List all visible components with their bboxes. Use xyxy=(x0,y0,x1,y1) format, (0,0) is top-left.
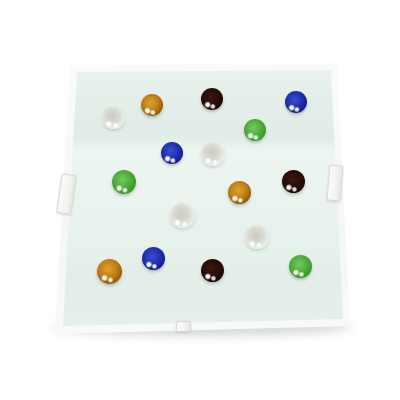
glass-stone-clear[interactable] xyxy=(102,106,125,129)
photo-scene xyxy=(0,0,400,400)
glass-stone-black[interactable] xyxy=(201,88,223,110)
glass-stone-clear[interactable] xyxy=(245,225,269,249)
glass-stone-amber[interactable] xyxy=(228,181,251,204)
glass-stone-green[interactable] xyxy=(112,170,136,194)
glass-stone-clear[interactable] xyxy=(201,142,225,166)
bottom-edge-tab xyxy=(176,321,191,333)
glass-stone-blue[interactable] xyxy=(285,91,307,113)
glass-stone-black[interactable] xyxy=(282,170,305,193)
glass-stone-amber[interactable] xyxy=(141,94,163,116)
glass-stone-clear[interactable] xyxy=(170,203,195,228)
glass-stone-amber[interactable] xyxy=(97,259,122,284)
glass-stone-green[interactable] xyxy=(244,119,266,141)
glass-stone-green[interactable] xyxy=(289,255,312,278)
glass-stone-black[interactable] xyxy=(201,259,224,282)
glass-stone-blue[interactable] xyxy=(161,142,183,164)
glass-stone-blue[interactable] xyxy=(142,247,165,270)
